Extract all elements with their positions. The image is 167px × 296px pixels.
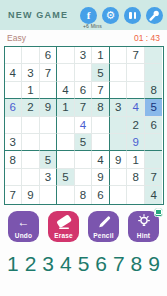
cell-r2c5[interactable] bbox=[75, 64, 93, 81]
cell-r4c9[interactable]: 5 bbox=[145, 99, 163, 116]
cell-r1c3[interactable]: 6 bbox=[40, 47, 58, 64]
cell-r4c2[interactable]: 2 bbox=[22, 99, 40, 116]
cell-r8c5[interactable] bbox=[75, 169, 93, 186]
erase-label: Erase bbox=[54, 232, 73, 239]
cell-r5c8[interactable]: 2 bbox=[127, 117, 145, 134]
numpad-5[interactable]: 5 bbox=[78, 253, 90, 274]
cell-r3c3[interactable] bbox=[40, 82, 58, 99]
cell-r1c2[interactable] bbox=[22, 47, 40, 64]
cell-r6c7[interactable] bbox=[110, 134, 128, 151]
ad-video-badge-icon bbox=[154, 208, 163, 217]
cell-r2c8[interactable] bbox=[127, 64, 145, 81]
cell-r8c9[interactable]: 7 bbox=[145, 169, 163, 186]
undo-button[interactable]: ← Undo bbox=[8, 211, 39, 242]
undo-arrow-icon: ← bbox=[18, 216, 30, 228]
cell-r5c2[interactable] bbox=[22, 117, 40, 134]
cell-r6c6[interactable] bbox=[92, 134, 110, 151]
cell-r9c5[interactable]: 8 bbox=[75, 186, 93, 203]
cell-r4c5[interactable]: 7 bbox=[75, 99, 93, 116]
cell-r9c4[interactable] bbox=[57, 186, 75, 203]
header-icon-buttons: f ⚙ bbox=[80, 7, 163, 24]
cell-r9c3[interactable] bbox=[40, 186, 58, 203]
cell-r2c9[interactable] bbox=[145, 64, 163, 81]
cell-r6c9[interactable] bbox=[145, 134, 163, 151]
cell-r3c1[interactable] bbox=[5, 82, 23, 99]
cell-r8c4[interactable]: 5 bbox=[57, 169, 75, 186]
cell-r3c4[interactable]: 4 bbox=[57, 82, 75, 99]
cell-r5c1[interactable] bbox=[5, 117, 23, 134]
numpad-7[interactable]: 7 bbox=[113, 253, 125, 274]
cell-r3c5[interactable]: 6 bbox=[75, 82, 93, 99]
cell-r5c9[interactable]: 6 bbox=[145, 117, 163, 134]
facebook-button[interactable]: f bbox=[80, 7, 97, 24]
toolbar: ← Undo Erase Pencil bbox=[0, 211, 167, 242]
cell-r1c1[interactable] bbox=[5, 47, 23, 64]
cell-r7c2[interactable] bbox=[22, 151, 40, 168]
cell-r2c2[interactable]: 3 bbox=[22, 64, 40, 81]
cell-r7c7[interactable]: 9 bbox=[110, 151, 128, 168]
cell-r6c2[interactable] bbox=[22, 134, 40, 151]
numpad-9[interactable]: 9 bbox=[148, 253, 160, 274]
cell-r7c9[interactable] bbox=[145, 151, 163, 168]
cell-r4c1[interactable]: 6 bbox=[5, 99, 23, 116]
cell-r4c7[interactable]: 3 bbox=[110, 99, 128, 116]
reward-text: +6 Mins bbox=[83, 23, 102, 29]
cell-r7c6[interactable]: 4 bbox=[92, 151, 110, 168]
cell-r4c3[interactable]: 9 bbox=[40, 99, 58, 116]
cell-r3c6[interactable]: 7 bbox=[92, 82, 110, 99]
cell-r9c8[interactable] bbox=[127, 186, 145, 203]
cell-r7c8[interactable]: 1 bbox=[127, 151, 145, 168]
cell-r3c9[interactable]: 8 bbox=[145, 82, 163, 99]
cell-r3c2[interactable]: 1 bbox=[22, 82, 40, 99]
cell-r8c1[interactable] bbox=[5, 169, 23, 186]
cell-r1c4[interactable] bbox=[57, 47, 75, 64]
pencil-icon bbox=[95, 213, 113, 231]
cell-r2c1[interactable]: 4 bbox=[5, 64, 23, 81]
pause-icon bbox=[129, 12, 135, 19]
undo-label: Undo bbox=[15, 232, 32, 239]
cell-r7c4[interactable] bbox=[57, 151, 75, 168]
facebook-icon: f bbox=[87, 10, 91, 21]
cell-r3c7[interactable] bbox=[110, 82, 128, 99]
eraser-icon bbox=[54, 213, 74, 231]
cell-r2c3[interactable]: 7 bbox=[40, 64, 58, 81]
numpad-1[interactable]: 1 bbox=[7, 253, 19, 274]
sudoku-board: 6317437514678629178345426359854913598779… bbox=[4, 46, 164, 205]
cell-r4c6[interactable]: 8 bbox=[92, 99, 110, 116]
cell-r1c7[interactable] bbox=[110, 47, 128, 64]
pause-button[interactable] bbox=[124, 7, 141, 24]
settings-gear-icon: ⚙ bbox=[106, 10, 116, 21]
cell-r7c5[interactable] bbox=[75, 151, 93, 168]
cell-r6c4[interactable] bbox=[57, 134, 75, 151]
page-title: NEW GAME bbox=[8, 10, 80, 20]
status-bar: Easy 01 : 43 bbox=[0, 30, 167, 45]
settings-button[interactable]: ⚙ bbox=[102, 7, 119, 24]
cell-r8c8[interactable]: 8 bbox=[127, 169, 145, 186]
cell-r5c4[interactable] bbox=[57, 117, 75, 134]
cell-r8c7[interactable] bbox=[110, 169, 128, 186]
cell-r8c2[interactable] bbox=[22, 169, 40, 186]
theme-button[interactable] bbox=[146, 7, 163, 24]
numpad-8[interactable]: 8 bbox=[131, 253, 143, 274]
number-pad: 123456789 bbox=[0, 253, 167, 274]
cell-r2c4[interactable] bbox=[57, 64, 75, 81]
cell-r6c1[interactable]: 3 bbox=[5, 134, 23, 151]
cell-r8c6[interactable]: 9 bbox=[92, 169, 110, 186]
erase-button[interactable]: Erase bbox=[48, 211, 79, 242]
hint-button[interactable]: Hint bbox=[128, 211, 159, 242]
numpad-3[interactable]: 3 bbox=[42, 253, 54, 274]
cell-r5c5[interactable]: 4 bbox=[75, 117, 93, 134]
cell-r1c5[interactable]: 3 bbox=[75, 47, 93, 64]
cell-r9c2[interactable]: 9 bbox=[22, 186, 40, 203]
numpad-4[interactable]: 4 bbox=[60, 253, 72, 274]
difficulty-label: Easy bbox=[7, 33, 26, 43]
cell-r6c3[interactable] bbox=[40, 134, 58, 151]
cell-r8c3[interactable]: 3 bbox=[40, 169, 58, 186]
brush-icon bbox=[149, 10, 160, 21]
pencil-button[interactable]: Pencil bbox=[88, 211, 119, 242]
app-header: NEW GAME f ⚙ +6 Mins bbox=[0, 0, 167, 30]
cell-r7c1[interactable]: 8 bbox=[5, 151, 23, 168]
cell-r3c8[interactable] bbox=[127, 82, 145, 99]
cell-r2c6[interactable]: 5 bbox=[92, 64, 110, 81]
cell-r6c5[interactable]: 5 bbox=[75, 134, 93, 151]
cell-r1c9[interactable] bbox=[145, 47, 163, 64]
cell-r7c3[interactable]: 5 bbox=[40, 151, 58, 168]
cell-r9c7[interactable] bbox=[110, 186, 128, 203]
numpad-2[interactable]: 2 bbox=[25, 253, 37, 274]
cell-r9c9[interactable]: 4 bbox=[145, 186, 163, 203]
cell-r1c6[interactable]: 1 bbox=[92, 47, 110, 64]
hint-label: Hint bbox=[137, 232, 150, 239]
cell-r4c4[interactable]: 1 bbox=[57, 99, 75, 116]
pencil-label: Pencil bbox=[93, 232, 113, 239]
cell-r9c6[interactable]: 6 bbox=[92, 186, 110, 203]
cell-r6c8[interactable]: 9 bbox=[127, 134, 145, 151]
cell-r5c7[interactable] bbox=[110, 117, 128, 134]
cell-r4c8[interactable]: 4 bbox=[127, 99, 145, 116]
cell-r1c8[interactable]: 7 bbox=[127, 47, 145, 64]
numpad-6[interactable]: 6 bbox=[95, 253, 107, 274]
cell-r2c7[interactable] bbox=[110, 64, 128, 81]
cell-r5c6[interactable] bbox=[92, 117, 110, 134]
cell-r5c3[interactable] bbox=[40, 117, 58, 134]
hint-bulb-icon bbox=[134, 213, 154, 231]
cell-r9c1[interactable]: 7 bbox=[5, 186, 23, 203]
timer-value: 01 : 43 bbox=[134, 33, 160, 43]
